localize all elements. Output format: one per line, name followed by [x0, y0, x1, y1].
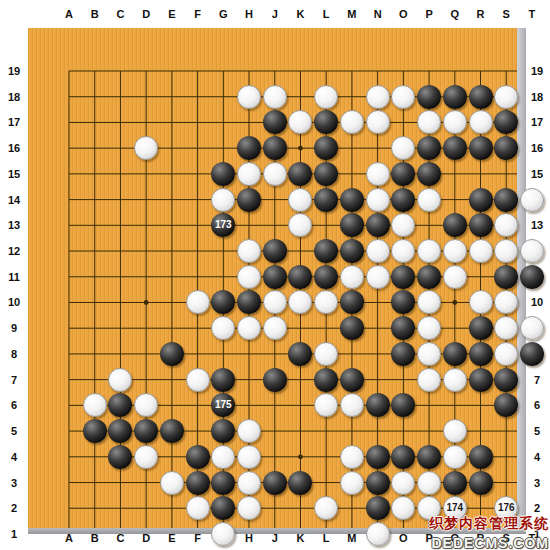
white-stone-S8[interactable] — [494, 342, 518, 366]
white-stone-R10[interactable] — [469, 290, 493, 314]
white-stone-R12[interactable] — [469, 239, 493, 263]
white-stone-P7[interactable] — [417, 368, 441, 392]
col-label-top: K — [296, 8, 304, 20]
col-label-bottom: D — [142, 532, 150, 544]
black-stone-O14[interactable] — [391, 188, 415, 212]
black-stone-L11[interactable] — [314, 265, 338, 289]
row-label-right: 19 — [531, 65, 543, 77]
white-stone-H11[interactable] — [237, 265, 261, 289]
white-stone-H3[interactable] — [237, 471, 261, 495]
col-label-top: C — [116, 8, 124, 20]
row-label-left: 12 — [8, 245, 20, 257]
col-label-bottom: C — [116, 532, 124, 544]
white-stone-M11[interactable] — [340, 265, 364, 289]
white-stone-F7[interactable] — [186, 368, 210, 392]
white-stone-H4[interactable] — [237, 445, 261, 469]
row-label-left: 18 — [8, 91, 20, 103]
white-stone-Q11[interactable] — [443, 265, 467, 289]
black-stone-G7[interactable] — [211, 368, 235, 392]
white-stone-N17[interactable] — [366, 110, 390, 134]
col-label-bottom: L — [323, 532, 330, 544]
white-stone-E3[interactable] — [160, 471, 184, 495]
white-stone-N14[interactable] — [366, 188, 390, 212]
col-label-bottom: J — [272, 532, 278, 544]
row-label-left: 11 — [8, 271, 20, 283]
white-stone-P14[interactable] — [417, 188, 441, 212]
white-stone-R17[interactable] — [469, 110, 493, 134]
white-stone-Q7[interactable] — [443, 368, 467, 392]
go-board-screenshot: AABBCCDDEEFFGGHHJJKKLLMMNNOOPPQQRRSSTT19… — [0, 0, 550, 550]
col-label-top: M — [347, 8, 356, 20]
row-label-right: 5 — [534, 425, 540, 437]
white-stone-T9[interactable] — [520, 316, 544, 340]
move-number-label: 173 — [215, 220, 232, 230]
black-stone-R4[interactable] — [469, 445, 493, 469]
row-label-left: 1 — [11, 528, 17, 540]
col-label-top: P — [425, 8, 432, 20]
black-stone-F4[interactable] — [186, 445, 210, 469]
black-stone-P18[interactable] — [417, 85, 441, 109]
col-label-top: B — [91, 8, 99, 20]
white-stone-P8[interactable] — [417, 342, 441, 366]
row-label-left: 9 — [11, 322, 17, 334]
col-label-bottom: F — [194, 532, 201, 544]
col-label-bottom: H — [245, 532, 253, 544]
row-label-right: 15 — [531, 168, 543, 180]
row-label-left: 16 — [8, 142, 20, 154]
black-stone-O11[interactable] — [391, 265, 415, 289]
black-stone-J7[interactable] — [263, 368, 287, 392]
row-label-left: 13 — [8, 219, 20, 231]
black-stone-N6[interactable] — [366, 393, 390, 417]
black-stone-J11[interactable] — [263, 265, 287, 289]
col-label-bottom: K — [296, 532, 304, 544]
white-stone-N18[interactable] — [366, 85, 390, 109]
row-label-right: 16 — [531, 142, 543, 154]
move-number-label: 175 — [215, 400, 232, 410]
col-label-top: F — [194, 8, 201, 20]
row-label-left: 10 — [8, 296, 20, 308]
row-label-right: 6 — [534, 399, 540, 411]
black-stone-Q18[interactable] — [443, 85, 467, 109]
black-stone-R3[interactable] — [469, 471, 493, 495]
black-stone-E5[interactable] — [160, 419, 184, 443]
black-stone-R7[interactable] — [469, 368, 493, 392]
col-label-bottom: O — [399, 532, 408, 544]
col-label-bottom: M — [347, 532, 356, 544]
white-stone-J18[interactable] — [263, 85, 287, 109]
white-stone-J9[interactable] — [263, 316, 287, 340]
black-stone-S14[interactable] — [494, 188, 518, 212]
white-stone-M3[interactable] — [340, 471, 364, 495]
row-label-right: 7 — [534, 374, 540, 386]
col-label-bottom: B — [91, 532, 99, 544]
row-label-left: 17 — [8, 116, 20, 128]
white-stone-H5[interactable] — [237, 419, 261, 443]
white-stone-F2[interactable] — [186, 496, 210, 520]
col-label-top: E — [168, 8, 175, 20]
white-stone-G14[interactable] — [211, 188, 235, 212]
white-stone-T14[interactable] — [520, 188, 544, 212]
black-stone-R18[interactable] — [469, 85, 493, 109]
col-label-top: R — [477, 8, 485, 20]
white-stone-F10[interactable] — [186, 290, 210, 314]
white-stone-O3[interactable] — [391, 471, 415, 495]
black-stone-M14[interactable] — [340, 188, 364, 212]
black-stone-N13[interactable] — [366, 213, 390, 237]
col-label-top: A — [65, 8, 73, 20]
black-stone-L15[interactable] — [314, 162, 338, 186]
white-stone-T12[interactable] — [520, 239, 544, 263]
black-stone-R13[interactable] — [469, 213, 493, 237]
col-label-top: L — [323, 8, 330, 20]
black-stone-B5[interactable] — [83, 419, 107, 443]
row-label-right: 17 — [531, 116, 543, 128]
row-label-left: 5 — [11, 425, 17, 437]
row-label-left: 3 — [11, 477, 17, 489]
black-stone-F3[interactable] — [186, 471, 210, 495]
col-label-top: J — [272, 8, 278, 20]
black-stone-G3[interactable] — [211, 471, 235, 495]
black-stone-R9[interactable] — [469, 316, 493, 340]
black-stone-Q3[interactable] — [443, 471, 467, 495]
black-stone-E8[interactable] — [160, 342, 184, 366]
row-label-left: 6 — [11, 399, 17, 411]
row-label-right: 10 — [531, 296, 543, 308]
white-stone-G1[interactable] — [211, 522, 235, 546]
row-label-left: 7 — [11, 374, 17, 386]
black-stone-H14[interactable] — [237, 188, 261, 212]
black-stone-P15[interactable] — [417, 162, 441, 186]
col-label-bottom: E — [168, 532, 175, 544]
white-stone-Q12[interactable] — [443, 239, 467, 263]
white-stone-H15[interactable] — [237, 162, 261, 186]
watermark-dedecms: DEDECMS.COM — [431, 535, 549, 550]
white-stone-H18[interactable] — [237, 85, 261, 109]
black-stone-R14[interactable] — [469, 188, 493, 212]
white-stone-N11[interactable] — [366, 265, 390, 289]
col-label-top: O — [399, 8, 408, 20]
white-stone-S18[interactable] — [494, 85, 518, 109]
row-label-left: 19 — [8, 65, 20, 77]
white-stone-L8[interactable] — [314, 342, 338, 366]
row-label-right: 4 — [534, 451, 540, 463]
row-label-left: 2 — [11, 502, 17, 514]
white-stone-P3[interactable] — [417, 471, 441, 495]
col-label-top: G — [219, 8, 228, 20]
black-stone-J3[interactable] — [263, 471, 287, 495]
black-stone-N4[interactable] — [366, 445, 390, 469]
black-stone-L14[interactable] — [314, 188, 338, 212]
col-label-top: S — [503, 8, 510, 20]
black-stone-R8[interactable] — [469, 342, 493, 366]
white-stone-N12[interactable] — [366, 239, 390, 263]
black-stone-Q8[interactable] — [443, 342, 467, 366]
row-label-left: 15 — [8, 168, 20, 180]
move-number-label: 176 — [498, 503, 515, 513]
black-stone-M12[interactable] — [340, 239, 364, 263]
black-stone-S7[interactable] — [494, 368, 518, 392]
black-stone-S11[interactable] — [494, 265, 518, 289]
white-stone-K14[interactable] — [288, 188, 312, 212]
black-stone-T8[interactable] — [520, 342, 544, 366]
col-label-bottom: A — [65, 532, 73, 544]
col-label-top: T — [529, 8, 536, 20]
watermark-chinese: 织梦内容管理系统 — [429, 515, 549, 533]
white-stone-L18[interactable] — [314, 85, 338, 109]
row-label-right: 18 — [531, 91, 543, 103]
row-label-left: 4 — [11, 451, 17, 463]
black-stone-N2[interactable] — [366, 496, 390, 520]
white-stone-D4[interactable] — [134, 445, 158, 469]
white-stone-B6[interactable] — [83, 393, 107, 417]
row-label-left: 8 — [11, 348, 17, 360]
col-label-top: D — [142, 8, 150, 20]
white-stone-G4[interactable] — [211, 445, 235, 469]
black-stone-Q16[interactable] — [443, 136, 467, 160]
row-label-right: 2 — [534, 502, 540, 514]
black-stone-P4[interactable] — [417, 445, 441, 469]
col-label-top: H — [245, 8, 253, 20]
white-stone-M4[interactable] — [340, 445, 364, 469]
row-label-left: 14 — [8, 194, 20, 206]
black-stone-K3[interactable] — [288, 471, 312, 495]
black-stone-M7[interactable] — [340, 368, 364, 392]
white-stone-J15[interactable] — [263, 162, 287, 186]
black-stone-H16[interactable] — [237, 136, 261, 160]
black-stone-J12[interactable] — [263, 239, 287, 263]
black-stone-O4[interactable] — [391, 445, 415, 469]
white-stone-N1[interactable] — [366, 522, 390, 546]
white-stone-O18[interactable] — [391, 85, 415, 109]
row-label-right: 3 — [534, 477, 540, 489]
black-stone-L7[interactable] — [314, 368, 338, 392]
white-stone-P12[interactable] — [417, 239, 441, 263]
col-label-top: N — [374, 8, 382, 20]
white-stone-Q5[interactable] — [443, 419, 467, 443]
black-stone-Q13[interactable] — [443, 213, 467, 237]
move-number-label: 174 — [446, 503, 463, 513]
white-stone-Q4[interactable] — [443, 445, 467, 469]
row-label-right: 13 — [531, 219, 543, 231]
black-stone-N3[interactable] — [366, 471, 390, 495]
white-stone-H12[interactable] — [237, 239, 261, 263]
black-stone-P11[interactable] — [417, 265, 441, 289]
white-stone-C7[interactable] — [108, 368, 132, 392]
white-stone-N15[interactable] — [366, 162, 390, 186]
black-stone-J16[interactable] — [263, 136, 287, 160]
col-label-top: Q — [451, 8, 460, 20]
black-stone-R16[interactable] — [469, 136, 493, 160]
black-stone-M9[interactable] — [340, 316, 364, 340]
black-stone-T11[interactable] — [520, 265, 544, 289]
